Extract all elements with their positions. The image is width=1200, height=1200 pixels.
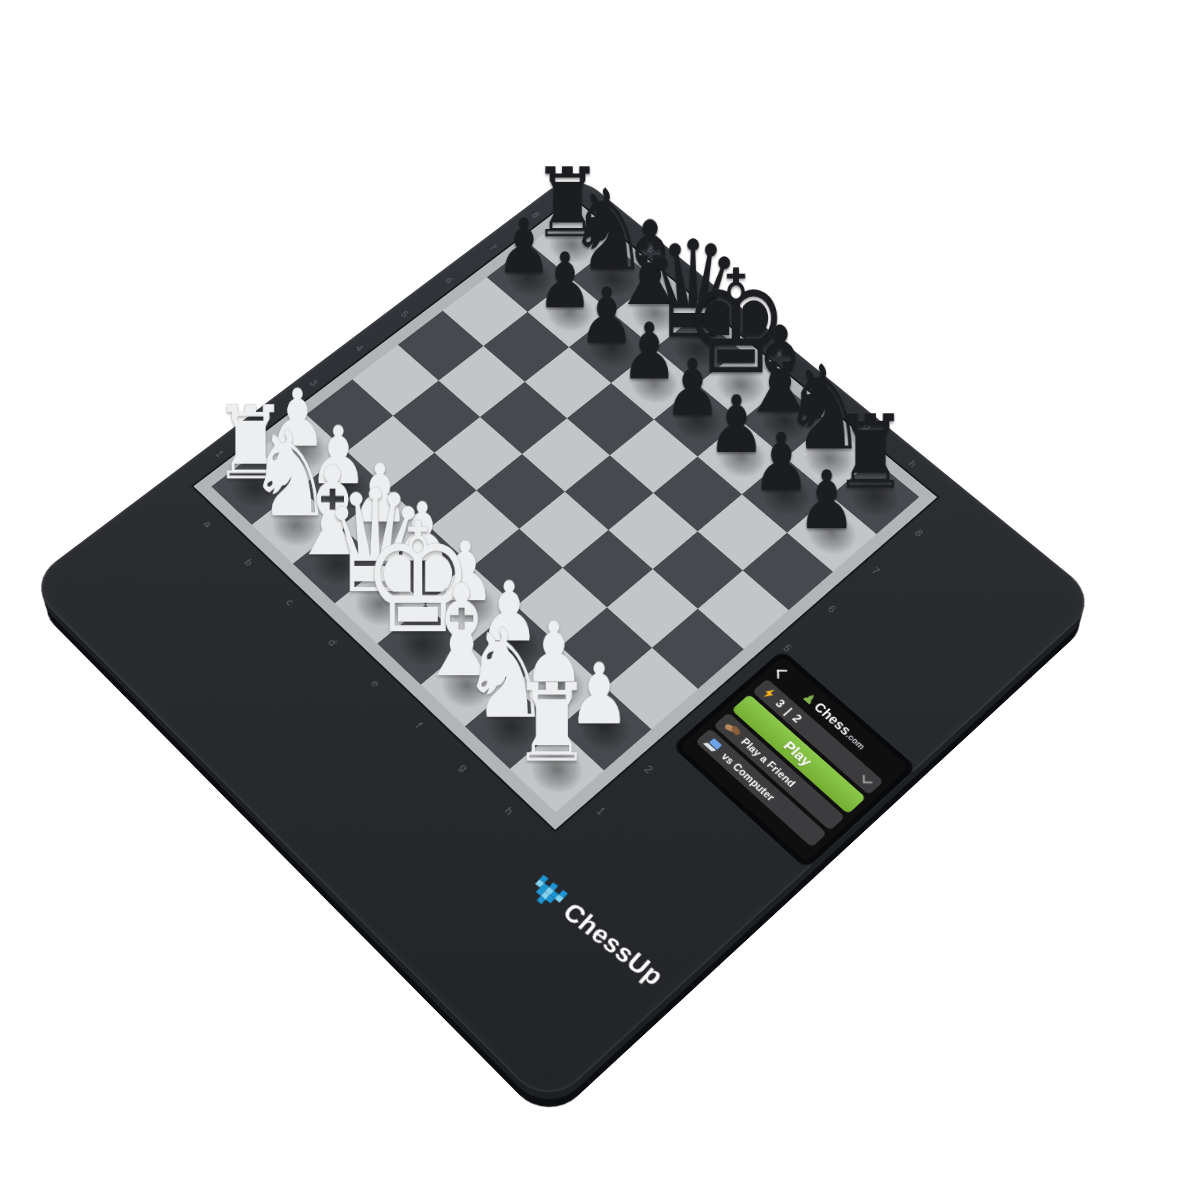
piece-glyph: ♜ — [475, 674, 629, 774]
scene: aabbccddeeffgghh1122334455667788 ChessUp… — [0, 0, 1200, 1200]
chessup-board: aabbccddeeffgghh1122334455667788 ChessUp… — [26, 171, 1101, 1109]
